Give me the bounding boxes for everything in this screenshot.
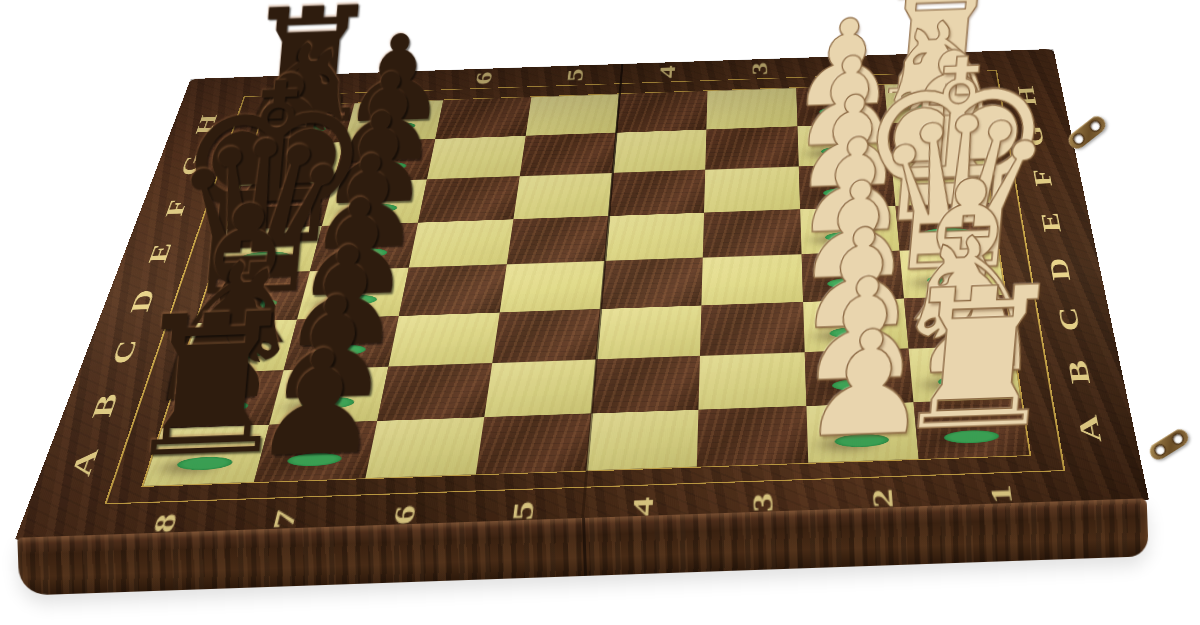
square-e4[interactable]	[605, 213, 704, 262]
square-c6[interactable]	[388, 312, 500, 366]
black-pawn[interactable]: ♟	[248, 339, 389, 467]
square-e6[interactable]	[408, 219, 513, 268]
square-b6[interactable]	[377, 363, 492, 421]
square-f4[interactable]	[609, 170, 706, 216]
square-g3[interactable]	[705, 126, 798, 170]
square-a5[interactable]	[476, 413, 592, 474]
board-grid: ♜♟♟♜♞♟♟♞♝♟♟♝♚♟♟♚♛♟♟♛♝♟♟♝♞♟♟♞♜♟♟♜	[141, 81, 1031, 487]
square-a1[interactable]: ♜	[913, 398, 1029, 459]
square-g5[interactable]	[520, 133, 617, 177]
square-b4[interactable]	[591, 356, 700, 413]
square-c4[interactable]	[596, 305, 702, 359]
square-d6[interactable]	[398, 264, 506, 315]
square-b5[interactable]	[484, 359, 596, 417]
square-d5[interactable]	[499, 261, 604, 312]
clasp-eyelet	[1172, 433, 1184, 445]
square-c5[interactable]	[492, 309, 601, 363]
square-g4[interactable]	[612, 129, 706, 173]
chess-board: 87654321 87654321 HGFEDCBA HGFEDCBA ♜♟♟♜…	[15, 49, 1149, 540]
clasp-eyelet	[1089, 120, 1102, 133]
square-h5[interactable]	[526, 94, 620, 136]
white-pawn[interactable]: ♟	[797, 320, 938, 448]
square-a7[interactable]: ♟	[254, 421, 377, 482]
square-e5[interactable]	[507, 216, 609, 265]
brass-clasp-bottom	[1147, 426, 1192, 463]
square-f6[interactable]	[418, 176, 520, 222]
chess-set-photo: 87654321 87654321 HGFEDCBA HGFEDCBA ♜♟♟♜…	[0, 0, 1200, 625]
square-f3[interactable]	[704, 167, 800, 213]
fold-seam-side	[582, 518, 587, 576]
square-a4[interactable]	[586, 410, 698, 471]
brass-clasp-top	[1065, 113, 1109, 152]
square-d4[interactable]	[601, 258, 703, 309]
square-f5[interactable]	[513, 173, 612, 219]
square-c3[interactable]	[700, 302, 804, 356]
square-e3[interactable]	[703, 209, 801, 257]
square-b3[interactable]	[699, 352, 806, 409]
pinstripe-border: ♜♟♟♜♞♟♟♞♝♟♟♝♚♟♟♚♛♟♟♛♝♟♟♝♞♟♟♞♜♟♟♜	[104, 70, 1065, 504]
square-d3[interactable]	[702, 254, 803, 305]
square-a6[interactable]	[365, 417, 484, 478]
square-h6[interactable]	[435, 97, 531, 139]
square-a3[interactable]	[697, 406, 808, 467]
square-h4[interactable]	[616, 91, 708, 133]
clasp-eyelet	[1154, 444, 1166, 456]
square-h3[interactable]	[707, 88, 798, 129]
clasp-eyelet	[1072, 133, 1085, 146]
square-a2[interactable]: ♟	[806, 402, 919, 463]
square-g6[interactable]	[427, 136, 526, 180]
